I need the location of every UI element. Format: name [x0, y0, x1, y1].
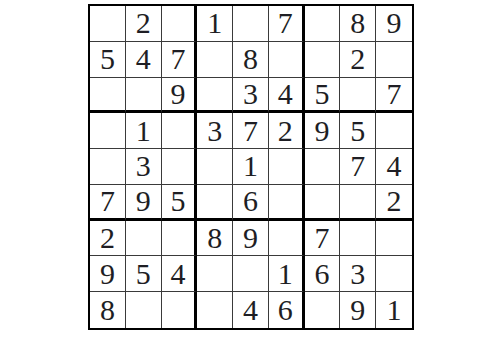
cell-r1c4: 1	[197, 6, 233, 42]
cell-r9c5: 4	[233, 292, 269, 328]
cell-r8c5[interactable]	[233, 256, 269, 292]
cell-r2c4[interactable]	[197, 42, 233, 78]
cell-r9c6: 6	[269, 292, 305, 328]
cell-r4c5: 7	[233, 113, 269, 149]
cell-r1c1[interactable]	[90, 6, 126, 42]
cell-r4c2: 1	[126, 113, 162, 149]
cell-r6c9: 2	[376, 185, 412, 221]
cell-r5c5: 1	[233, 149, 269, 185]
cell-r5c1[interactable]	[90, 149, 126, 185]
cell-r7c7: 7	[305, 221, 341, 257]
cell-r3c6: 4	[269, 78, 305, 114]
cell-r8c4[interactable]	[197, 256, 233, 292]
cell-r6c8[interactable]	[340, 185, 376, 221]
cell-r3c8[interactable]	[340, 78, 376, 114]
cell-r3c9: 7	[376, 78, 412, 114]
cell-r8c7: 6	[305, 256, 341, 292]
page: 2178954782934571372953174795622897954163…	[0, 0, 500, 340]
cell-r8c6: 1	[269, 256, 305, 292]
cell-r3c2[interactable]	[126, 78, 162, 114]
cell-r3c5: 3	[233, 78, 269, 114]
cell-r5c3[interactable]	[162, 149, 198, 185]
cell-r2c5: 8	[233, 42, 269, 78]
cell-r8c2: 5	[126, 256, 162, 292]
cell-r9c7[interactable]	[305, 292, 341, 328]
cell-r4c1[interactable]	[90, 113, 126, 149]
cell-r4c6: 2	[269, 113, 305, 149]
cell-r2c1: 5	[90, 42, 126, 78]
cell-r4c7: 9	[305, 113, 341, 149]
cell-r7c8[interactable]	[340, 221, 376, 257]
cell-r5c2: 3	[126, 149, 162, 185]
cell-r2c6[interactable]	[269, 42, 305, 78]
cell-r7c5: 9	[233, 221, 269, 257]
cell-r1c3[interactable]	[162, 6, 198, 42]
cell-r6c5: 6	[233, 185, 269, 221]
cell-r2c2: 4	[126, 42, 162, 78]
cell-r1c8: 8	[340, 6, 376, 42]
cell-r7c4: 8	[197, 221, 233, 257]
cell-r9c9: 1	[376, 292, 412, 328]
cell-r1c5[interactable]	[233, 6, 269, 42]
cell-r1c2: 2	[126, 6, 162, 42]
cell-r7c1: 2	[90, 221, 126, 257]
cell-r6c4[interactable]	[197, 185, 233, 221]
cell-r4c3[interactable]	[162, 113, 198, 149]
cell-r9c2[interactable]	[126, 292, 162, 328]
cell-r4c9[interactable]	[376, 113, 412, 149]
cell-r3c1[interactable]	[90, 78, 126, 114]
cell-r7c6[interactable]	[269, 221, 305, 257]
cell-r4c8: 5	[340, 113, 376, 149]
cell-r5c7[interactable]	[305, 149, 341, 185]
cell-r1c6: 7	[269, 6, 305, 42]
cell-r2c7[interactable]	[305, 42, 341, 78]
cell-r1c9: 9	[376, 6, 412, 42]
cell-r5c6[interactable]	[269, 149, 305, 185]
cell-r6c3: 5	[162, 185, 198, 221]
cell-r9c8: 9	[340, 292, 376, 328]
sudoku-board: 2178954782934571372953174795622897954163…	[88, 4, 414, 330]
cell-r8c8: 3	[340, 256, 376, 292]
cell-r8c9[interactable]	[376, 256, 412, 292]
cell-r6c6[interactable]	[269, 185, 305, 221]
cell-r5c9: 4	[376, 149, 412, 185]
cell-r9c4[interactable]	[197, 292, 233, 328]
cell-r4c4: 3	[197, 113, 233, 149]
cell-r6c2: 9	[126, 185, 162, 221]
cell-r2c8: 2	[340, 42, 376, 78]
cell-r7c2[interactable]	[126, 221, 162, 257]
cell-r8c3: 4	[162, 256, 198, 292]
cell-r9c1: 8	[90, 292, 126, 328]
cell-r9c3[interactable]	[162, 292, 198, 328]
cell-r3c4[interactable]	[197, 78, 233, 114]
cell-r1c7[interactable]	[305, 6, 341, 42]
cell-r6c1: 7	[90, 185, 126, 221]
cell-r7c3[interactable]	[162, 221, 198, 257]
cell-r6c7[interactable]	[305, 185, 341, 221]
cell-r2c9[interactable]	[376, 42, 412, 78]
cell-r7c9[interactable]	[376, 221, 412, 257]
cell-r3c3: 9	[162, 78, 198, 114]
cell-r8c1: 9	[90, 256, 126, 292]
cell-r5c4[interactable]	[197, 149, 233, 185]
cell-r3c7: 5	[305, 78, 341, 114]
cell-r2c3: 7	[162, 42, 198, 78]
cell-r5c8: 7	[340, 149, 376, 185]
